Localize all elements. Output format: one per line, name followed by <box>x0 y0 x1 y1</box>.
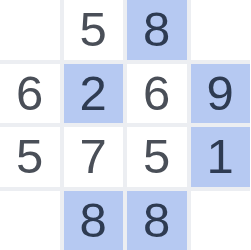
cell-digit: 5 <box>80 5 107 54</box>
cell-r1c3[interactable]: 8 <box>127 0 187 60</box>
cell-digit: 9 <box>207 69 234 118</box>
cell-r2c3[interactable]: 6 <box>127 64 187 124</box>
cell-r2c4[interactable]: 9 <box>191 64 251 124</box>
cell-digit: 5 <box>16 132 43 181</box>
cell-r3c2[interactable]: 7 <box>64 127 124 187</box>
cell-r4c3[interactable]: 8 <box>127 191 187 250</box>
cell-digit: 8 <box>143 196 170 245</box>
cell-digit: 8 <box>80 196 107 245</box>
cell-r1c4[interactable] <box>191 0 251 60</box>
cell-r3c1[interactable]: 5 <box>0 127 60 187</box>
cell-r1c2[interactable]: 5 <box>64 0 124 60</box>
cell-r2c1[interactable]: 6 <box>0 64 60 124</box>
cell-r1c1[interactable] <box>0 0 60 60</box>
cell-r4c2[interactable]: 8 <box>64 191 124 250</box>
cell-digit: 5 <box>143 132 170 181</box>
cell-r2c2[interactable]: 2 <box>64 64 124 124</box>
cell-r4c1[interactable] <box>0 191 60 250</box>
cell-digit: 8 <box>143 5 170 54</box>
cell-digit: 6 <box>16 69 43 118</box>
cell-digit: 1 <box>207 132 234 181</box>
cell-r3c3[interactable]: 5 <box>127 127 187 187</box>
puzzle-board: 5 8 6 2 6 9 5 7 5 1 8 8 <box>0 0 250 250</box>
cell-digit: 7 <box>80 132 107 181</box>
cell-r3c4[interactable]: 1 <box>191 127 251 187</box>
cell-r4c4[interactable] <box>191 191 251 250</box>
cell-digit: 6 <box>143 69 170 118</box>
cell-digit: 2 <box>80 69 107 118</box>
